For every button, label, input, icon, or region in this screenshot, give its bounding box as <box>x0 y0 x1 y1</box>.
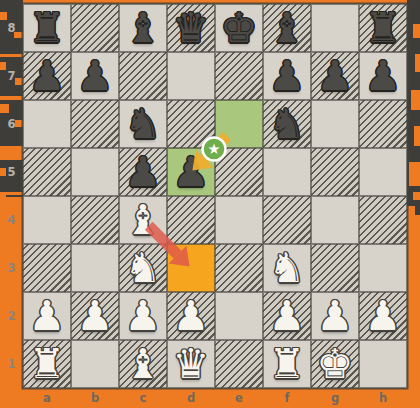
torn-edge-notch <box>415 54 420 72</box>
square-d6[interactable] <box>167 100 215 148</box>
chess-board: ♜♝♛♚♝♜♟♟♟♟♟♞♞♟♟♝♞♞♟♟♟♟♟♟♟♜♝♛♜♚ <box>23 4 407 388</box>
torn-edge-notch <box>409 162 420 186</box>
square-d4[interactable] <box>167 196 215 244</box>
white-pawn: ♟ <box>359 292 407 340</box>
square-a3[interactable] <box>23 244 71 292</box>
black-rook: ♜ <box>23 4 71 52</box>
torn-edge-notch <box>414 126 420 146</box>
torn-edge-notch <box>413 192 420 200</box>
square-f8[interactable]: ♝ <box>263 4 311 52</box>
square-g1[interactable]: ♚ <box>311 340 359 388</box>
file-label-a: a <box>23 388 71 408</box>
square-h8[interactable]: ♜ <box>359 4 407 52</box>
square-e2[interactable] <box>215 292 263 340</box>
file-label-c: c <box>119 388 167 408</box>
torn-edge-notch <box>0 62 6 70</box>
white-bishop: ♝ <box>119 196 167 244</box>
white-pawn: ♟ <box>71 292 119 340</box>
black-king: ♚ <box>215 4 263 52</box>
square-b8[interactable] <box>71 4 119 52</box>
torn-edge-decoration-right <box>415 206 420 215</box>
square-f2[interactable]: ♟ <box>263 292 311 340</box>
black-rook: ♜ <box>359 4 407 52</box>
square-h7[interactable]: ♟ <box>359 52 407 100</box>
square-g2[interactable]: ♟ <box>311 292 359 340</box>
square-f7[interactable]: ♟ <box>263 52 311 100</box>
square-a6[interactable] <box>23 100 71 148</box>
square-e7[interactable] <box>215 52 263 100</box>
black-pawn: ♟ <box>167 148 215 196</box>
square-d1[interactable]: ♛ <box>167 340 215 388</box>
file-label-e: e <box>215 388 263 408</box>
square-f5[interactable] <box>263 148 311 196</box>
black-pawn: ♟ <box>311 52 359 100</box>
square-d5[interactable]: ♟ <box>167 148 215 196</box>
black-pawn: ♟ <box>71 52 119 100</box>
rank-label-1: 1 <box>0 340 23 388</box>
white-bishop: ♝ <box>119 340 167 388</box>
square-h2[interactable]: ♟ <box>359 292 407 340</box>
black-bishop: ♝ <box>119 4 167 52</box>
torn-edge-notch <box>0 168 6 176</box>
torn-edge-notch <box>0 12 7 20</box>
white-pawn: ♟ <box>23 292 71 340</box>
square-h6[interactable] <box>359 100 407 148</box>
torn-edge-notch <box>0 104 9 113</box>
square-f4[interactable] <box>263 196 311 244</box>
white-pawn: ♟ <box>119 292 167 340</box>
rank-label-4: 4 <box>0 196 23 244</box>
square-b7[interactable]: ♟ <box>71 52 119 100</box>
file-label-b: b <box>71 388 119 408</box>
square-e5[interactable] <box>215 148 263 196</box>
white-knight: ♞ <box>119 244 167 292</box>
square-a2[interactable]: ♟ <box>23 292 71 340</box>
black-queen: ♛ <box>167 4 215 52</box>
square-c4[interactable]: ♝ <box>119 196 167 244</box>
torn-edge-notch <box>14 32 23 38</box>
torn-edge-decoration-left <box>6 195 23 197</box>
square-f6[interactable]: ♞ <box>263 100 311 148</box>
rank-label-3: 3 <box>0 244 23 292</box>
square-a5[interactable] <box>23 148 71 196</box>
square-g6[interactable] <box>311 100 359 148</box>
torn-edge-notch <box>413 24 420 38</box>
square-b5[interactable] <box>71 148 119 196</box>
rank-label-2: 2 <box>0 292 23 340</box>
square-c1[interactable]: ♝ <box>119 340 167 388</box>
square-h1[interactable] <box>359 340 407 388</box>
square-c2[interactable]: ♟ <box>119 292 167 340</box>
chess-board-screen: ♜♝♛♚♝♜♟♟♟♟♟♞♞♟♟♝♞♞♟♟♟♟♟♟♟♜♝♛♜♚ ★ 8765432… <box>0 0 420 408</box>
square-g4[interactable] <box>311 196 359 244</box>
square-e6[interactable] <box>215 100 263 148</box>
square-a7[interactable]: ♟ <box>23 52 71 100</box>
white-rook: ♜ <box>23 340 71 388</box>
square-h5[interactable] <box>359 148 407 196</box>
white-pawn: ♟ <box>263 292 311 340</box>
file-label-g: g <box>311 388 359 408</box>
file-label-d: d <box>167 388 215 408</box>
square-e8[interactable]: ♚ <box>215 4 263 52</box>
square-b4[interactable] <box>71 196 119 244</box>
torn-edge-notch <box>411 90 420 110</box>
square-a8[interactable]: ♜ <box>23 4 71 52</box>
square-c8[interactable]: ♝ <box>119 4 167 52</box>
square-f3[interactable]: ♞ <box>263 244 311 292</box>
square-c7[interactable] <box>119 52 167 100</box>
square-g3[interactable] <box>311 244 359 292</box>
square-h4[interactable] <box>359 196 407 244</box>
file-label-h: h <box>359 388 407 408</box>
torn-edge-decoration-left <box>0 160 23 192</box>
torn-edge-decoration-left <box>0 0 23 54</box>
black-knight: ♞ <box>119 100 167 148</box>
white-pawn: ♟ <box>167 292 215 340</box>
square-d8[interactable]: ♛ <box>167 4 215 52</box>
white-king: ♚ <box>311 340 359 388</box>
square-g5[interactable] <box>311 148 359 196</box>
file-label-f: f <box>263 388 311 408</box>
square-c6[interactable]: ♞ <box>119 100 167 148</box>
square-e4[interactable] <box>215 196 263 244</box>
square-b3[interactable] <box>71 244 119 292</box>
white-knight: ♞ <box>263 244 311 292</box>
square-c3[interactable]: ♞ <box>119 244 167 292</box>
square-d7[interactable] <box>167 52 215 100</box>
black-pawn: ♟ <box>359 52 407 100</box>
torn-edge-notch <box>15 78 23 85</box>
square-h3[interactable] <box>359 244 407 292</box>
square-a1[interactable]: ♜ <box>23 340 71 388</box>
white-queen: ♛ <box>167 340 215 388</box>
square-g8[interactable] <box>311 4 359 52</box>
square-b6[interactable] <box>71 100 119 148</box>
torn-edge-notch <box>15 120 23 127</box>
white-pawn: ♟ <box>311 292 359 340</box>
square-d2[interactable]: ♟ <box>167 292 215 340</box>
square-f1[interactable]: ♜ <box>263 340 311 388</box>
black-pawn: ♟ <box>23 52 71 100</box>
black-pawn: ♟ <box>263 52 311 100</box>
square-b1[interactable] <box>71 340 119 388</box>
square-a4[interactable] <box>23 196 71 244</box>
white-rook: ♜ <box>263 340 311 388</box>
black-knight: ♞ <box>263 100 311 148</box>
square-e1[interactable] <box>215 340 263 388</box>
black-pawn: ♟ <box>119 148 167 196</box>
square-c5[interactable]: ♟ <box>119 148 167 196</box>
square-g7[interactable]: ♟ <box>311 52 359 100</box>
black-bishop: ♝ <box>263 4 311 52</box>
square-b2[interactable]: ♟ <box>71 292 119 340</box>
square-e3[interactable] <box>215 244 263 292</box>
square-d3[interactable] <box>167 244 215 292</box>
